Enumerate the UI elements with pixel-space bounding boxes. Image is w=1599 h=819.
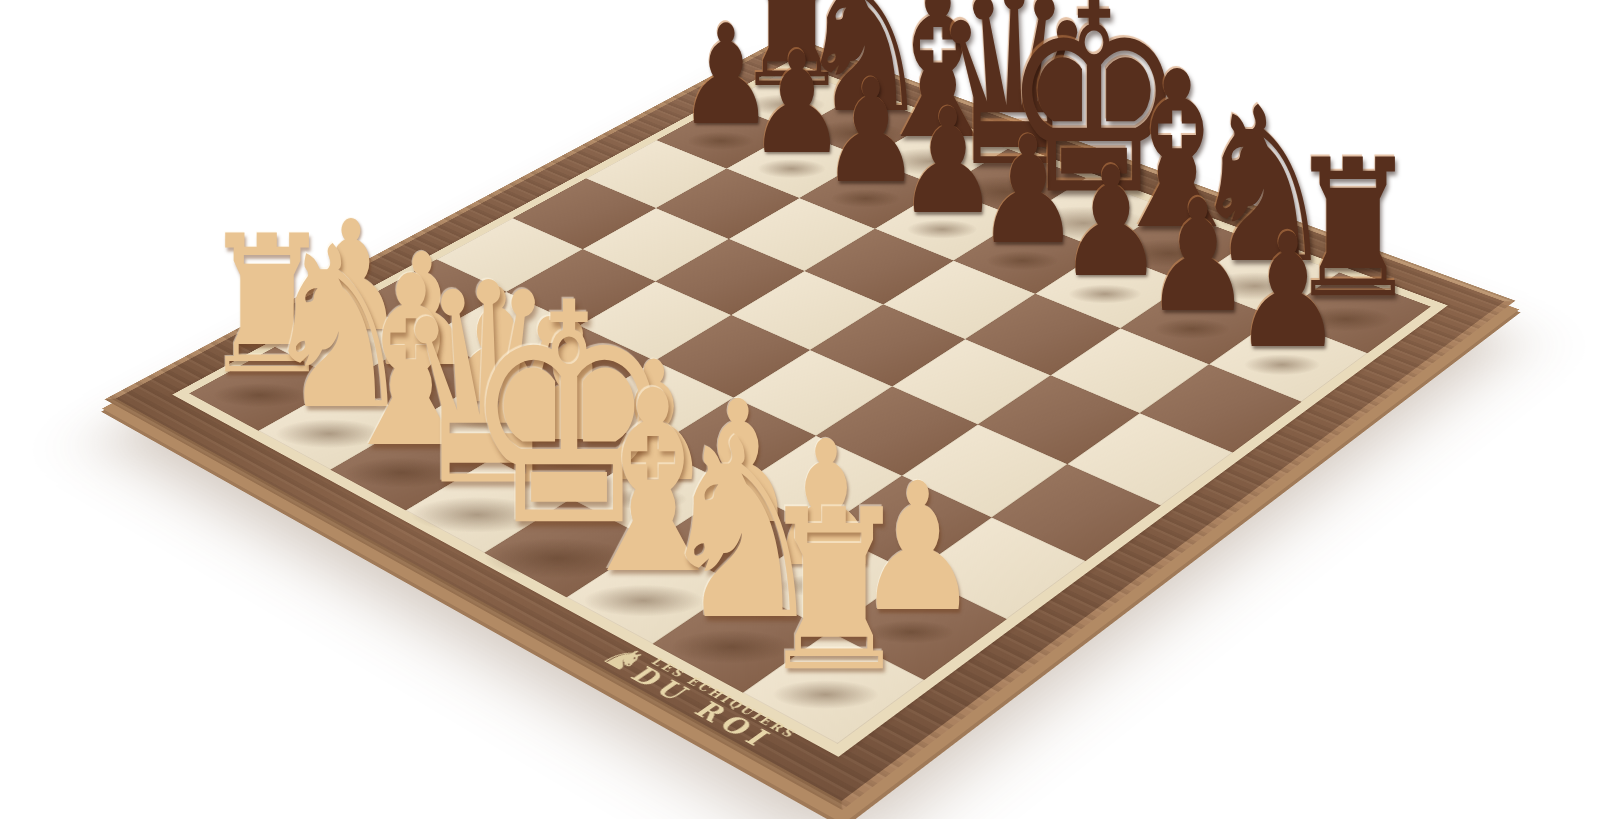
piece-white-rook-h1[interactable]: ♜ (756, 480, 911, 702)
product-photo-stage: ♞ LES ÉCHIQUIERS DU ROI ♜♞♝♛♚♝♞♜♟♟♟♟♟♟♟♟… (0, 0, 1599, 819)
piece-black-pawn-h7[interactable]: ♟ (1233, 212, 1343, 370)
